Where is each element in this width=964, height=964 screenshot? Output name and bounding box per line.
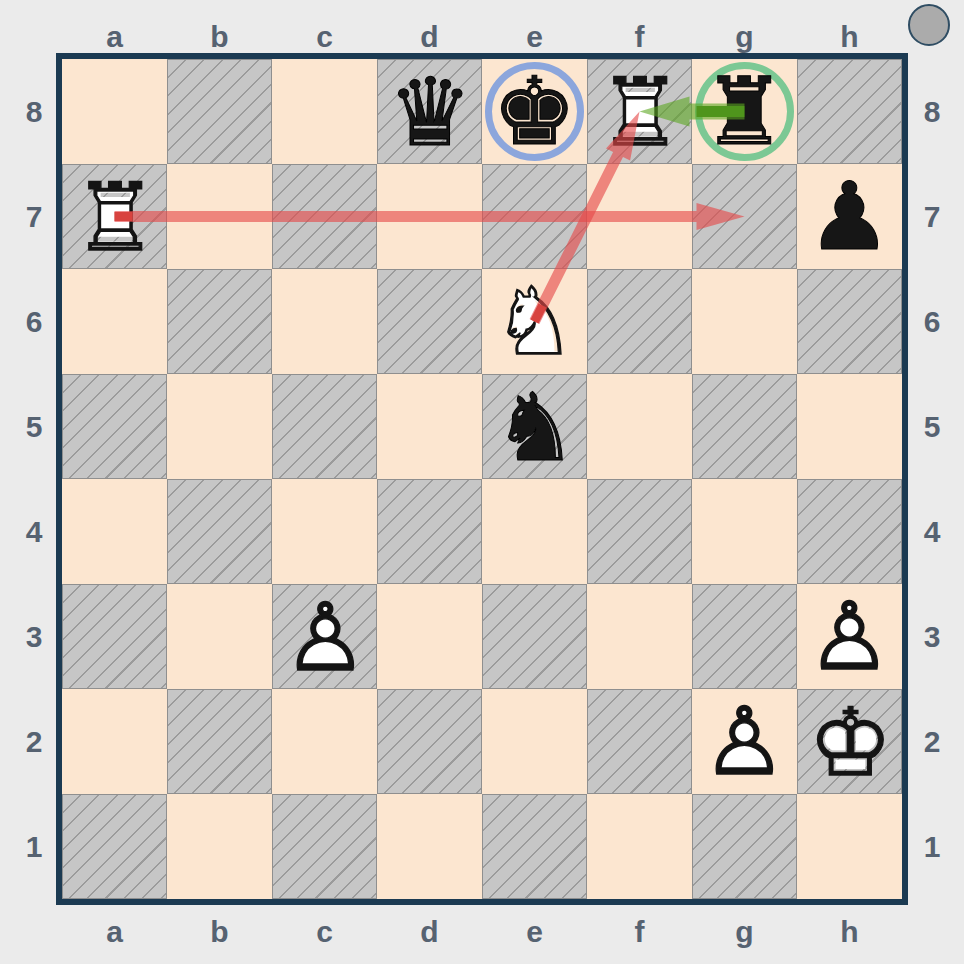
rank-label-right-1: 1 [908, 794, 956, 899]
square-d2[interactable] [377, 689, 482, 794]
piece-white-rook-f8[interactable]: ♜♖ [588, 60, 693, 165]
square-f6[interactable] [587, 269, 692, 374]
square-b5[interactable] [167, 374, 272, 479]
square-c8[interactable] [272, 59, 377, 164]
rank-label-right-6: 6 [908, 269, 956, 374]
piece-black-knight-e5[interactable]: ♞ [483, 375, 588, 480]
rank-label-left-6: 6 [10, 269, 58, 374]
rank-label-right-3: 3 [908, 584, 956, 689]
file-label-bottom-a: a [62, 915, 167, 949]
square-h6[interactable] [797, 269, 902, 374]
square-g4[interactable] [692, 479, 797, 584]
rank-label-left-1: 1 [10, 794, 58, 899]
file-label-top-e: e [482, 20, 587, 54]
piece-black-king-e8[interactable]: ♚ [482, 59, 587, 164]
piece-white-pawn-g2[interactable]: ♟♙ [692, 689, 797, 794]
square-h8[interactable] [797, 59, 902, 164]
square-b1[interactable] [167, 794, 272, 899]
square-a6[interactable] [62, 269, 167, 374]
file-label-bottom-g: g [692, 915, 797, 949]
square-d1[interactable] [377, 794, 482, 899]
piece-white-knight-e6[interactable]: ♞♘ [482, 269, 587, 374]
square-a3[interactable] [62, 584, 167, 689]
rank-label-right-7: 7 [908, 164, 956, 269]
square-b3[interactable] [167, 584, 272, 689]
square-e1[interactable] [482, 794, 587, 899]
chess-board: ♛♚♜♖♜♜♖♟♞♘♞♟♙♟♙♟♙♚♔ [56, 53, 908, 905]
square-e3[interactable] [482, 584, 587, 689]
square-a1[interactable] [62, 794, 167, 899]
piece-white-rook-a7[interactable]: ♜♖ [63, 165, 168, 270]
square-g2[interactable]: ♟♙ [692, 689, 797, 794]
square-b2[interactable] [167, 689, 272, 794]
file-label-bottom-h: h [797, 915, 902, 949]
square-b8[interactable] [167, 59, 272, 164]
square-f3[interactable] [587, 584, 692, 689]
square-e8[interactable]: ♚ [482, 59, 587, 164]
rank-label-left-8: 8 [10, 59, 58, 164]
square-g3[interactable] [692, 584, 797, 689]
square-a5[interactable] [62, 374, 167, 479]
square-e2[interactable] [482, 689, 587, 794]
square-d8[interactable]: ♛ [377, 59, 482, 164]
square-f4[interactable] [587, 479, 692, 584]
square-f8[interactable]: ♜♖ [587, 59, 692, 164]
square-h2[interactable]: ♚♔ [797, 689, 902, 794]
square-c5[interactable] [272, 374, 377, 479]
square-g5[interactable] [692, 374, 797, 479]
piece-black-queen-d8[interactable]: ♛ [378, 60, 483, 165]
rank-label-left-2: 2 [10, 689, 58, 794]
square-f5[interactable] [587, 374, 692, 479]
square-h5[interactable] [797, 374, 902, 479]
square-d6[interactable] [377, 269, 482, 374]
file-label-top-h: h [797, 20, 902, 54]
file-label-top-g: g [692, 20, 797, 54]
file-label-top-f: f [587, 20, 692, 54]
square-h3[interactable]: ♟♙ [797, 584, 902, 689]
square-h1[interactable] [797, 794, 902, 899]
square-d7[interactable] [377, 164, 482, 269]
file-label-top-c: c [272, 20, 377, 54]
piece-white-pawn-c3[interactable]: ♟♙ [273, 585, 378, 690]
piece-black-rook-g8[interactable]: ♜ [692, 59, 797, 164]
move-indicator [908, 4, 950, 46]
board-squares: ♛♚♜♖♜♜♖♟♞♘♞♟♙♟♙♟♙♚♔ [62, 59, 902, 899]
square-c1[interactable] [272, 794, 377, 899]
square-b4[interactable] [167, 479, 272, 584]
file-label-bottom-d: d [377, 915, 482, 949]
file-label-bottom-e: e [482, 915, 587, 949]
square-g8[interactable]: ♜ [692, 59, 797, 164]
square-e4[interactable] [482, 479, 587, 584]
square-a8[interactable] [62, 59, 167, 164]
file-label-top-a: a [62, 20, 167, 54]
chess-app-stage: ♛♚♜♖♜♜♖♟♞♘♞♟♙♟♙♟♙♚♔ aabbccddeeffgghh8877… [0, 0, 964, 964]
square-c6[interactable] [272, 269, 377, 374]
square-c7[interactable] [272, 164, 377, 269]
square-e5[interactable]: ♞ [482, 374, 587, 479]
rank-label-left-5: 5 [10, 374, 58, 479]
file-label-bottom-b: b [167, 915, 272, 949]
square-d5[interactable] [377, 374, 482, 479]
square-f1[interactable] [587, 794, 692, 899]
rank-label-right-2: 2 [908, 689, 956, 794]
piece-black-pawn-h7[interactable]: ♟ [797, 164, 902, 269]
square-a7[interactable]: ♜♖ [62, 164, 167, 269]
square-g6[interactable] [692, 269, 797, 374]
square-c4[interactable] [272, 479, 377, 584]
square-f7[interactable] [587, 164, 692, 269]
square-b6[interactable] [167, 269, 272, 374]
square-g1[interactable] [692, 794, 797, 899]
piece-white-pawn-h3[interactable]: ♟♙ [797, 584, 902, 689]
square-b7[interactable] [167, 164, 272, 269]
square-a2[interactable] [62, 689, 167, 794]
square-e7[interactable] [482, 164, 587, 269]
rank-label-right-8: 8 [908, 59, 956, 164]
file-label-bottom-f: f [587, 915, 692, 949]
rank-label-left-4: 4 [10, 479, 58, 584]
square-d4[interactable] [377, 479, 482, 584]
square-f2[interactable] [587, 689, 692, 794]
rank-label-left-3: 3 [10, 584, 58, 689]
file-label-top-d: d [377, 20, 482, 54]
piece-white-king-h2[interactable]: ♚♔ [798, 690, 903, 795]
file-label-bottom-c: c [272, 915, 377, 949]
square-g7[interactable] [692, 164, 797, 269]
square-d3[interactable] [377, 584, 482, 689]
square-c3[interactable]: ♟♙ [272, 584, 377, 689]
square-a4[interactable] [62, 479, 167, 584]
square-h4[interactable] [797, 479, 902, 584]
rank-label-right-4: 4 [908, 479, 956, 584]
rank-label-right-5: 5 [908, 374, 956, 479]
file-label-top-b: b [167, 20, 272, 54]
square-h7[interactable]: ♟ [797, 164, 902, 269]
square-e6[interactable]: ♞♘ [482, 269, 587, 374]
square-c2[interactable] [272, 689, 377, 794]
rank-label-left-7: 7 [10, 164, 58, 269]
